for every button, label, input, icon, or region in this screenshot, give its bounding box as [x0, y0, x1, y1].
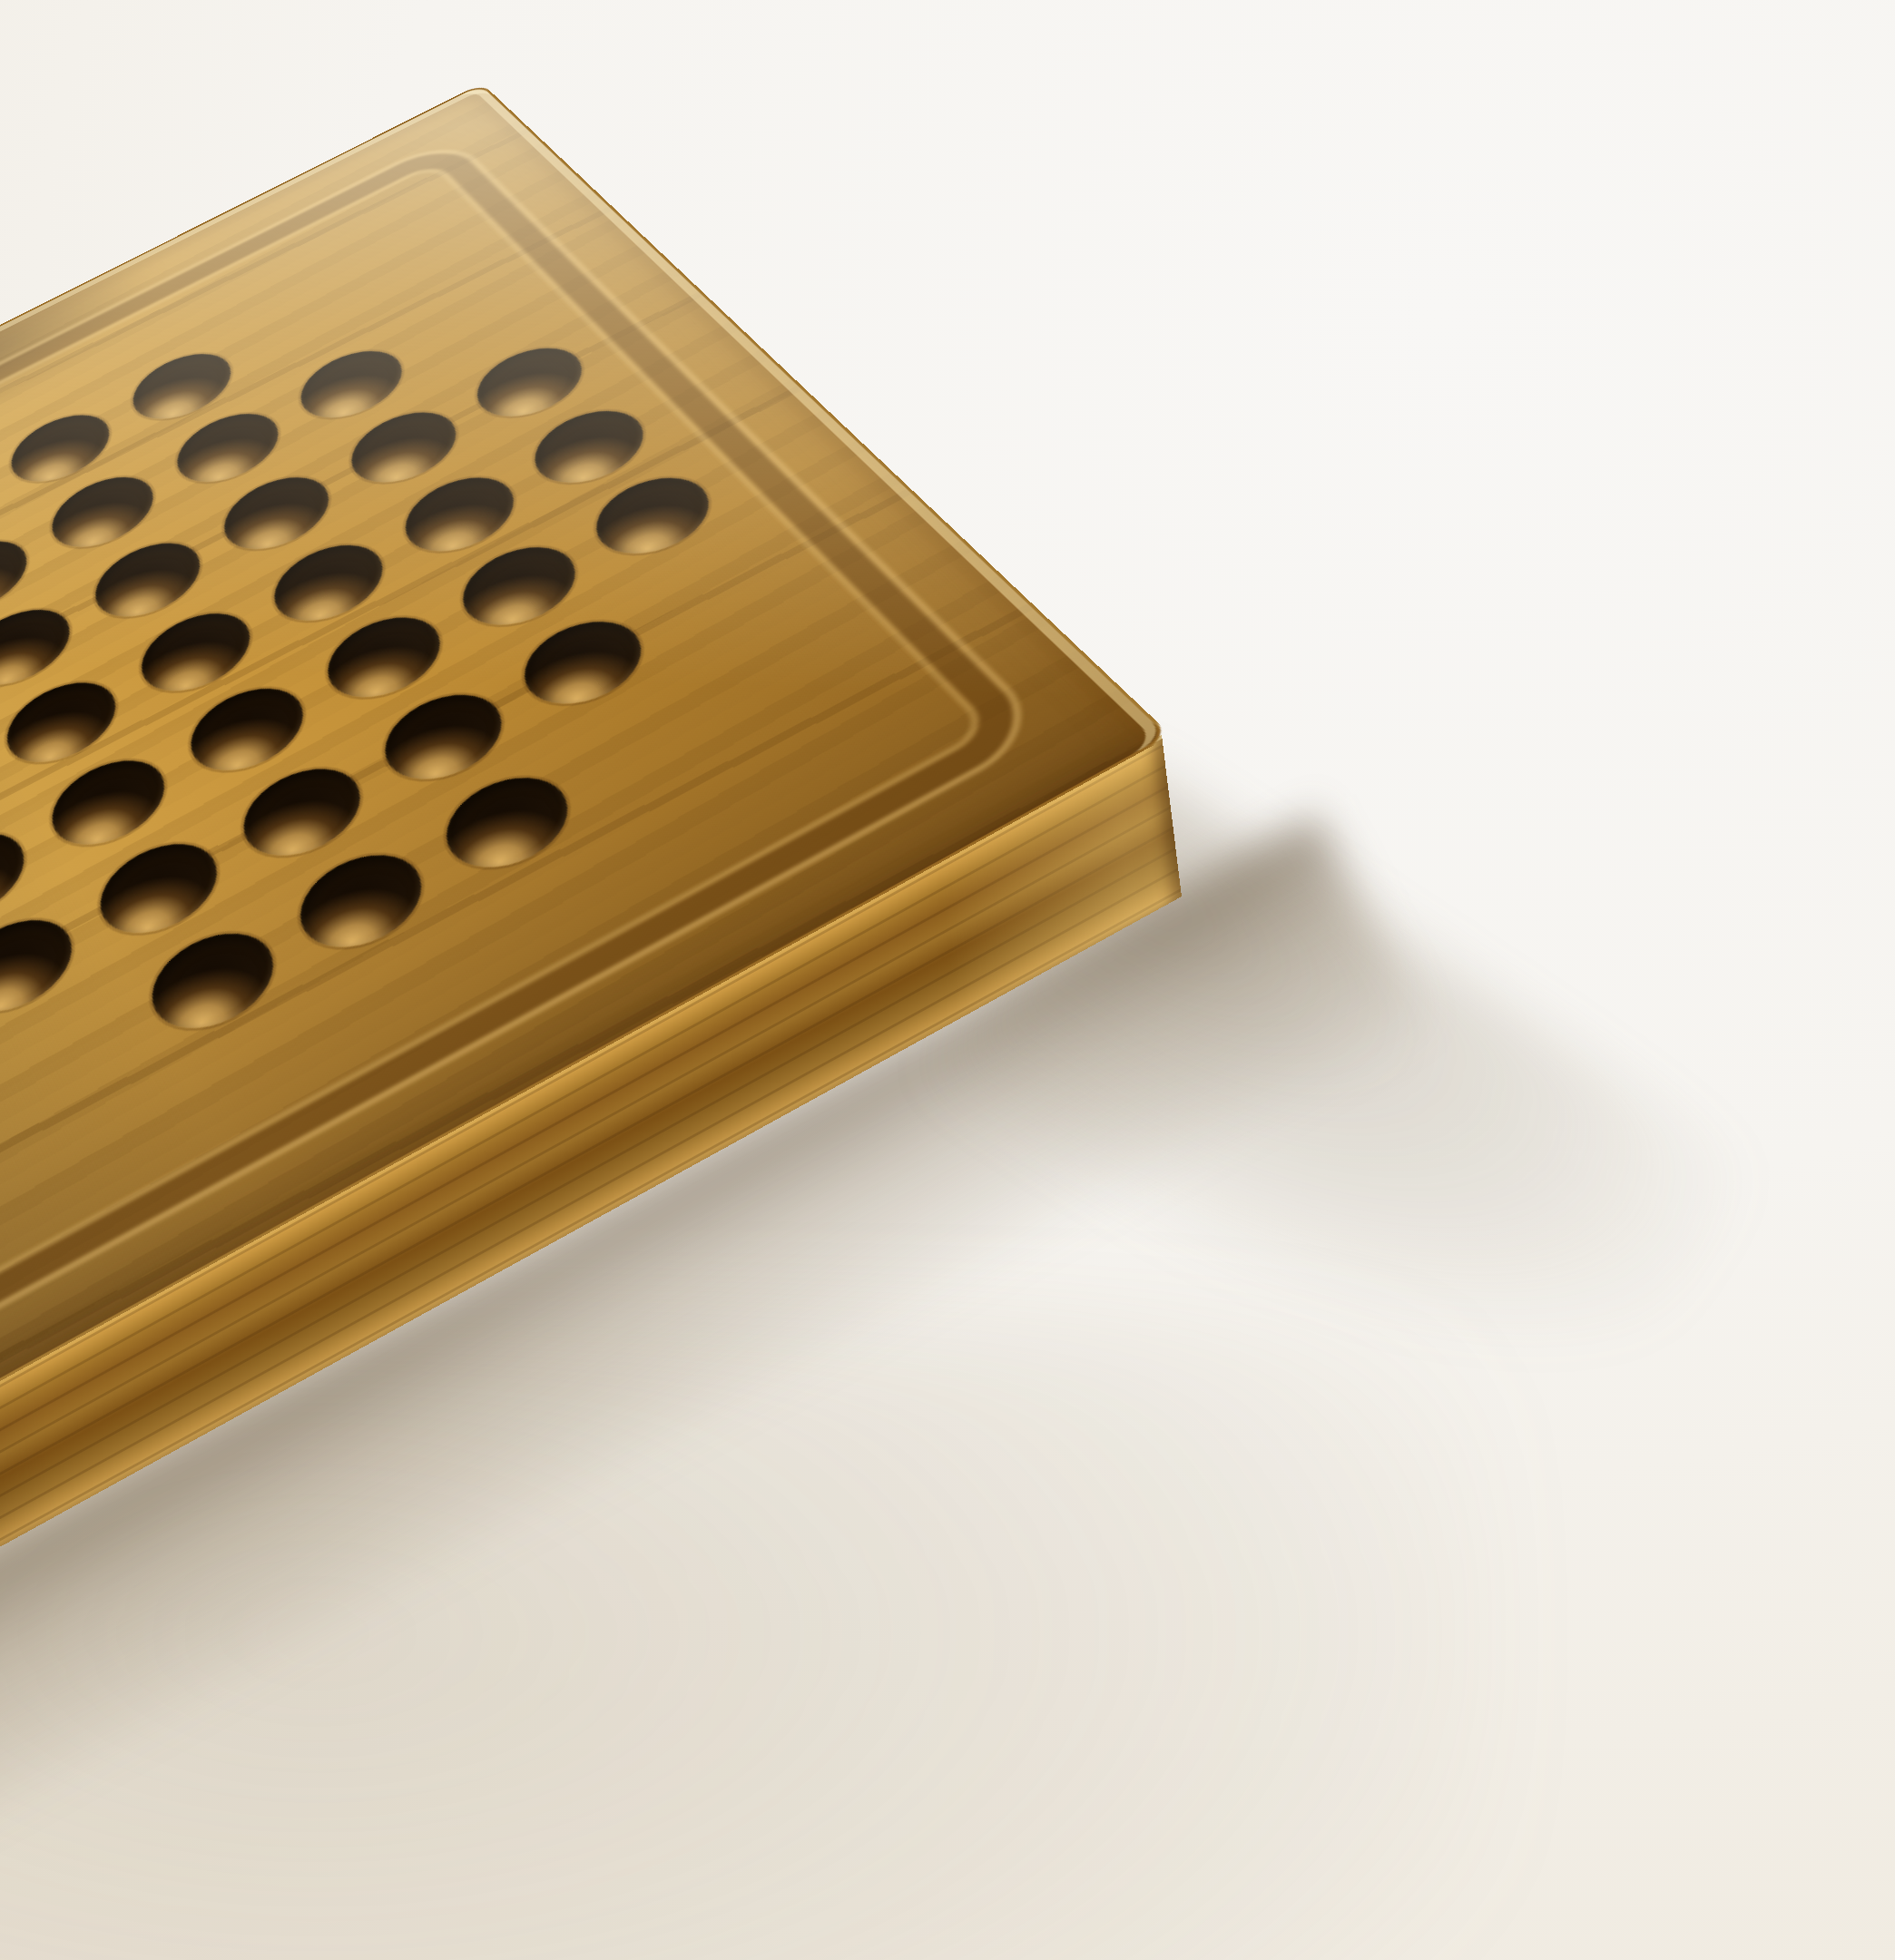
hole-e7[interactable]: [427, 759, 588, 887]
hole-c6[interactable]: [84, 826, 233, 952]
hole-f6[interactable]: [506, 605, 661, 721]
hole-g4[interactable]: [517, 397, 662, 498]
hole-c7[interactable]: [135, 915, 291, 1048]
hole-c5[interactable]: [37, 744, 181, 863]
hole-e6[interactable]: [368, 678, 521, 798]
hole-f3[interactable]: [336, 398, 473, 497]
hole-b5[interactable]: [0, 816, 39, 938]
hole-b6[interactable]: [0, 902, 88, 1032]
hole-c4[interactable]: [0, 667, 131, 779]
hole-e4[interactable]: [259, 530, 399, 637]
hole-e3[interactable]: [210, 463, 345, 564]
hole-d4[interactable]: [127, 598, 266, 708]
hole-d3[interactable]: [82, 528, 215, 632]
hole-f5[interactable]: [446, 532, 594, 642]
hole-g3[interactable]: [461, 334, 600, 431]
hole-e5[interactable]: [311, 602, 458, 714]
dark-grain-patch: [0, 244, 183, 511]
hole-c2[interactable]: [0, 526, 40, 628]
hole-d6[interactable]: [227, 751, 378, 874]
hole-f4[interactable]: [388, 463, 531, 567]
hole-c3[interactable]: [0, 594, 83, 701]
hole-d5[interactable]: [175, 672, 320, 789]
hole-e2[interactable]: [163, 400, 294, 497]
hole-d1[interactable]: [0, 402, 123, 496]
hole-d7[interactable]: [282, 837, 440, 966]
hole-f2[interactable]: [286, 338, 417, 432]
hole-e1[interactable]: [120, 340, 245, 433]
photo-scene: Close-up angled photo of the corner of a…: [0, 0, 1895, 1960]
hole-g5[interactable]: [578, 463, 729, 570]
hole-d2[interactable]: [39, 463, 168, 562]
